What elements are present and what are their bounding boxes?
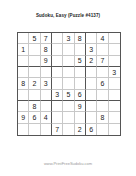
cell-r7c1 [18,101,29,112]
cell-r3c7: 2 [86,56,97,67]
cell-r8c9 [109,112,120,123]
cell-r8c4 [52,112,63,123]
cell-r2c9 [109,44,120,55]
cell-r3c9 [109,56,120,67]
cell-r3c5 [63,56,74,67]
cell-r7c8 [97,101,108,112]
cell-r5c8: 6 [97,78,108,89]
cell-r2c5 [63,44,74,55]
cell-r4c3 [41,67,52,78]
cell-r8c3: 4 [41,112,52,123]
cell-r1c3: 7 [41,33,52,44]
cell-r6c4: 3 [52,90,63,101]
cell-r4c5 [63,67,74,78]
cell-r7c9 [109,101,120,112]
cell-r8c7 [86,112,97,123]
sudoku-board: 57384183952738236356899648726 [17,32,121,136]
cell-r8c1: 9 [18,112,29,123]
page-title: Sudoku, Easy (Puzzle #4137) [0,13,136,19]
cell-r9c4: 7 [52,124,63,135]
cell-r3c8: 7 [97,56,108,67]
cell-r8c2: 6 [29,112,40,123]
cell-r7c4 [52,101,63,112]
cell-r5c1: 8 [18,78,29,89]
cell-r8c8: 8 [97,112,108,123]
cell-r2c6 [75,44,86,55]
cell-r6c7 [86,90,97,101]
cell-r1c4 [52,33,63,44]
cell-r3c4 [52,56,63,67]
cell-r6c5: 5 [63,90,74,101]
cell-r8c6 [75,112,86,123]
cell-r9c6: 2 [75,124,86,135]
cell-r1c1 [18,33,29,44]
cell-r6c3 [41,90,52,101]
cell-r4c6 [75,67,86,78]
cell-r7c7 [86,101,97,112]
cell-r3c3: 9 [41,56,52,67]
cell-r7c2: 8 [29,101,40,112]
cell-r7c6: 9 [75,101,86,112]
cell-r1c9 [109,33,120,44]
cell-r7c5 [63,101,74,112]
cell-r2c8 [97,44,108,55]
cell-r3c2 [29,56,40,67]
cell-r9c7: 6 [86,124,97,135]
cell-r6c8 [97,90,108,101]
cell-r2c2 [29,44,40,55]
cell-r9c3 [41,124,52,135]
cell-r5c2: 2 [29,78,40,89]
cell-r3c1 [18,56,29,67]
cell-r9c5 [63,124,74,135]
cell-r5c3: 3 [41,78,52,89]
cell-r4c2 [29,67,40,78]
cell-r9c2 [29,124,40,135]
cell-r8c5 [63,112,74,123]
cell-r4c1 [18,67,29,78]
cell-r4c4 [52,67,63,78]
footer-url: www.PrintFreeSudoku.com [0,161,136,166]
cell-r5c9 [109,78,120,89]
cell-r1c5: 3 [63,33,74,44]
cell-r9c9 [109,124,120,135]
cell-r7c3 [41,101,52,112]
sudoku-page: Sudoku, Easy (Puzzle #4137) 573841839527… [0,0,136,176]
cell-r1c7 [86,33,97,44]
cell-r1c6: 8 [75,33,86,44]
cell-r1c8: 4 [97,33,108,44]
cell-r5c5 [63,78,74,89]
cell-r2c1: 1 [18,44,29,55]
cell-r5c6 [75,78,86,89]
cell-r5c4 [52,78,63,89]
cell-r4c9: 3 [109,67,120,78]
cell-r4c8 [97,67,108,78]
cell-r2c4 [52,44,63,55]
cell-r1c2: 5 [29,33,40,44]
cell-r6c6: 6 [75,90,86,101]
cell-r9c8 [97,124,108,135]
cell-r6c1 [18,90,29,101]
cell-r2c3: 8 [41,44,52,55]
cell-r6c9 [109,90,120,101]
cell-r5c7 [86,78,97,89]
cell-r6c2 [29,90,40,101]
cell-r3c6: 5 [75,56,86,67]
cell-r4c7 [86,67,97,78]
cell-r9c1 [18,124,29,135]
cell-r2c7: 3 [86,44,97,55]
